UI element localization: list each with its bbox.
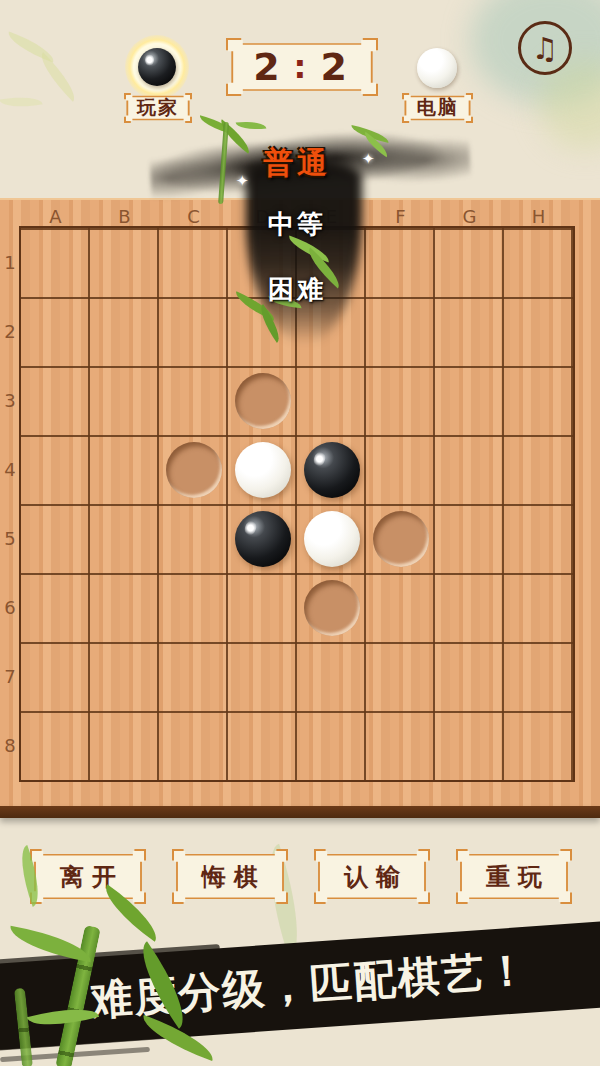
cell-F8[interactable]	[366, 711, 435, 780]
cell-C7[interactable]	[159, 642, 228, 711]
computer-name-label: 电脑	[402, 93, 473, 123]
cell-B8[interactable]	[90, 711, 159, 780]
col-label-F: F	[366, 205, 435, 227]
cell-C4[interactable]	[159, 435, 228, 504]
music-notes-icon: ♫	[532, 31, 559, 66]
legal-move-marker-E6	[304, 580, 360, 636]
cell-H5[interactable]	[504, 504, 573, 573]
row-label-6: 6	[0, 573, 20, 642]
board-bottom-edge	[0, 806, 600, 818]
legal-move-marker-D3	[235, 373, 291, 429]
cell-B5[interactable]	[90, 504, 159, 573]
cell-G2[interactable]	[435, 297, 504, 366]
col-label-C: C	[159, 205, 228, 227]
difficulty-option-hard[interactable]: 困难	[247, 272, 347, 307]
difficulty-option-normal[interactable]: 普通	[247, 143, 347, 184]
cell-B4[interactable]	[90, 435, 159, 504]
cell-F1[interactable]	[366, 228, 435, 297]
col-label-G: G	[435, 205, 504, 227]
player-avatar-black-stone	[138, 48, 176, 86]
row-label-5: 5	[0, 504, 20, 573]
sparkle-icon: ✦	[362, 150, 375, 168]
cell-B3[interactable]	[90, 366, 159, 435]
white-stone-D4	[235, 442, 291, 498]
game-screen: 玩家 2 : 2 电脑 ♫ ABCDEFGH 12345678 ✦ ✦ 普通 中…	[0, 0, 600, 1066]
bamboo-leaf-decor	[0, 92, 43, 111]
cell-F2[interactable]	[366, 297, 435, 366]
bamboo-leaf-decor	[33, 52, 82, 101]
cell-E8[interactable]	[297, 711, 366, 780]
resign-button[interactable]: 认输	[314, 849, 430, 904]
cell-D5[interactable]	[228, 504, 297, 573]
row-label-3: 3	[0, 366, 20, 435]
leave-button[interactable]: 离开	[30, 849, 146, 904]
cell-D6[interactable]	[228, 573, 297, 642]
cell-E3[interactable]	[297, 366, 366, 435]
cell-C5[interactable]	[159, 504, 228, 573]
cell-F4[interactable]	[366, 435, 435, 504]
cell-F7[interactable]	[366, 642, 435, 711]
cell-A7[interactable]	[21, 642, 90, 711]
cell-C6[interactable]	[159, 573, 228, 642]
score-separator: :	[294, 48, 311, 86]
cell-F5[interactable]	[366, 504, 435, 573]
row-label-2: 2	[0, 297, 20, 366]
cell-G6[interactable]	[435, 573, 504, 642]
cell-B6[interactable]	[90, 573, 159, 642]
cell-A5[interactable]	[21, 504, 90, 573]
undo-move-button[interactable]: 悔棋	[172, 849, 288, 904]
white-stone-E5	[304, 511, 360, 567]
col-label-A: A	[21, 205, 90, 227]
player-score: 2	[253, 45, 283, 89]
cell-C3[interactable]	[159, 366, 228, 435]
bamboo-leaf-decor	[4, 32, 58, 63]
score-display: 2 : 2	[226, 38, 378, 96]
replay-button-label: 重玩	[456, 849, 572, 904]
cell-F6[interactable]	[366, 573, 435, 642]
cell-H7[interactable]	[504, 642, 573, 711]
cell-H1[interactable]	[504, 228, 573, 297]
row-labels: 12345678	[0, 228, 20, 780]
cell-B7[interactable]	[90, 642, 159, 711]
cell-H4[interactable]	[504, 435, 573, 504]
cell-D4[interactable]	[228, 435, 297, 504]
cell-D3[interactable]	[228, 366, 297, 435]
cell-G5[interactable]	[435, 504, 504, 573]
cell-A6[interactable]	[21, 573, 90, 642]
cell-D8[interactable]	[228, 711, 297, 780]
score-box: 2 : 2	[226, 38, 378, 96]
computer-avatar-white-stone	[417, 48, 457, 88]
cell-A8[interactable]	[21, 711, 90, 780]
difficulty-option-medium[interactable]: 中等	[247, 207, 347, 242]
row-label-4: 4	[0, 435, 20, 504]
cell-G4[interactable]	[435, 435, 504, 504]
cell-C8[interactable]	[159, 711, 228, 780]
bamboo-leaf	[236, 119, 267, 131]
cell-H3[interactable]	[504, 366, 573, 435]
computer-score: 2	[320, 45, 350, 89]
legal-move-marker-C4	[166, 442, 222, 498]
player-name-label: 玩家	[124, 93, 192, 123]
cell-A2[interactable]	[21, 297, 90, 366]
cell-F3[interactable]	[366, 366, 435, 435]
cell-B2[interactable]	[90, 297, 159, 366]
computer-name-tag: 电脑	[402, 93, 473, 123]
row-label-7: 7	[0, 642, 20, 711]
player-name-tag: 玩家	[124, 93, 192, 123]
cell-G3[interactable]	[435, 366, 504, 435]
black-stone-D5	[235, 511, 291, 567]
resign-button-label: 认输	[314, 849, 430, 904]
cell-A1[interactable]	[21, 228, 90, 297]
cell-H8[interactable]	[504, 711, 573, 780]
cell-A3[interactable]	[21, 366, 90, 435]
cell-E5[interactable]	[297, 504, 366, 573]
cell-G7[interactable]	[435, 642, 504, 711]
cell-A4[interactable]	[21, 435, 90, 504]
col-label-B: B	[90, 205, 159, 227]
legal-move-marker-F5	[373, 511, 429, 567]
row-label-1: 1	[0, 228, 20, 297]
row-label-8: 8	[0, 711, 20, 780]
black-stone-E4	[304, 442, 360, 498]
cell-C1[interactable]	[159, 228, 228, 297]
cell-H6[interactable]	[504, 573, 573, 642]
cell-E6[interactable]	[297, 573, 366, 642]
music-toggle-button[interactable]: ♫	[518, 21, 572, 75]
cell-B1[interactable]	[90, 228, 159, 297]
cell-E7[interactable]	[297, 642, 366, 711]
cell-G1[interactable]	[435, 228, 504, 297]
cell-D7[interactable]	[228, 642, 297, 711]
replay-button[interactable]: 重玩	[456, 849, 572, 904]
col-label-H: H	[504, 205, 573, 227]
cell-G8[interactable]	[435, 711, 504, 780]
leave-button-label: 离开	[30, 849, 146, 904]
cell-C2[interactable]	[159, 297, 228, 366]
undo-button-label: 悔棋	[172, 849, 288, 904]
cell-E4[interactable]	[297, 435, 366, 504]
cell-H2[interactable]	[504, 297, 573, 366]
